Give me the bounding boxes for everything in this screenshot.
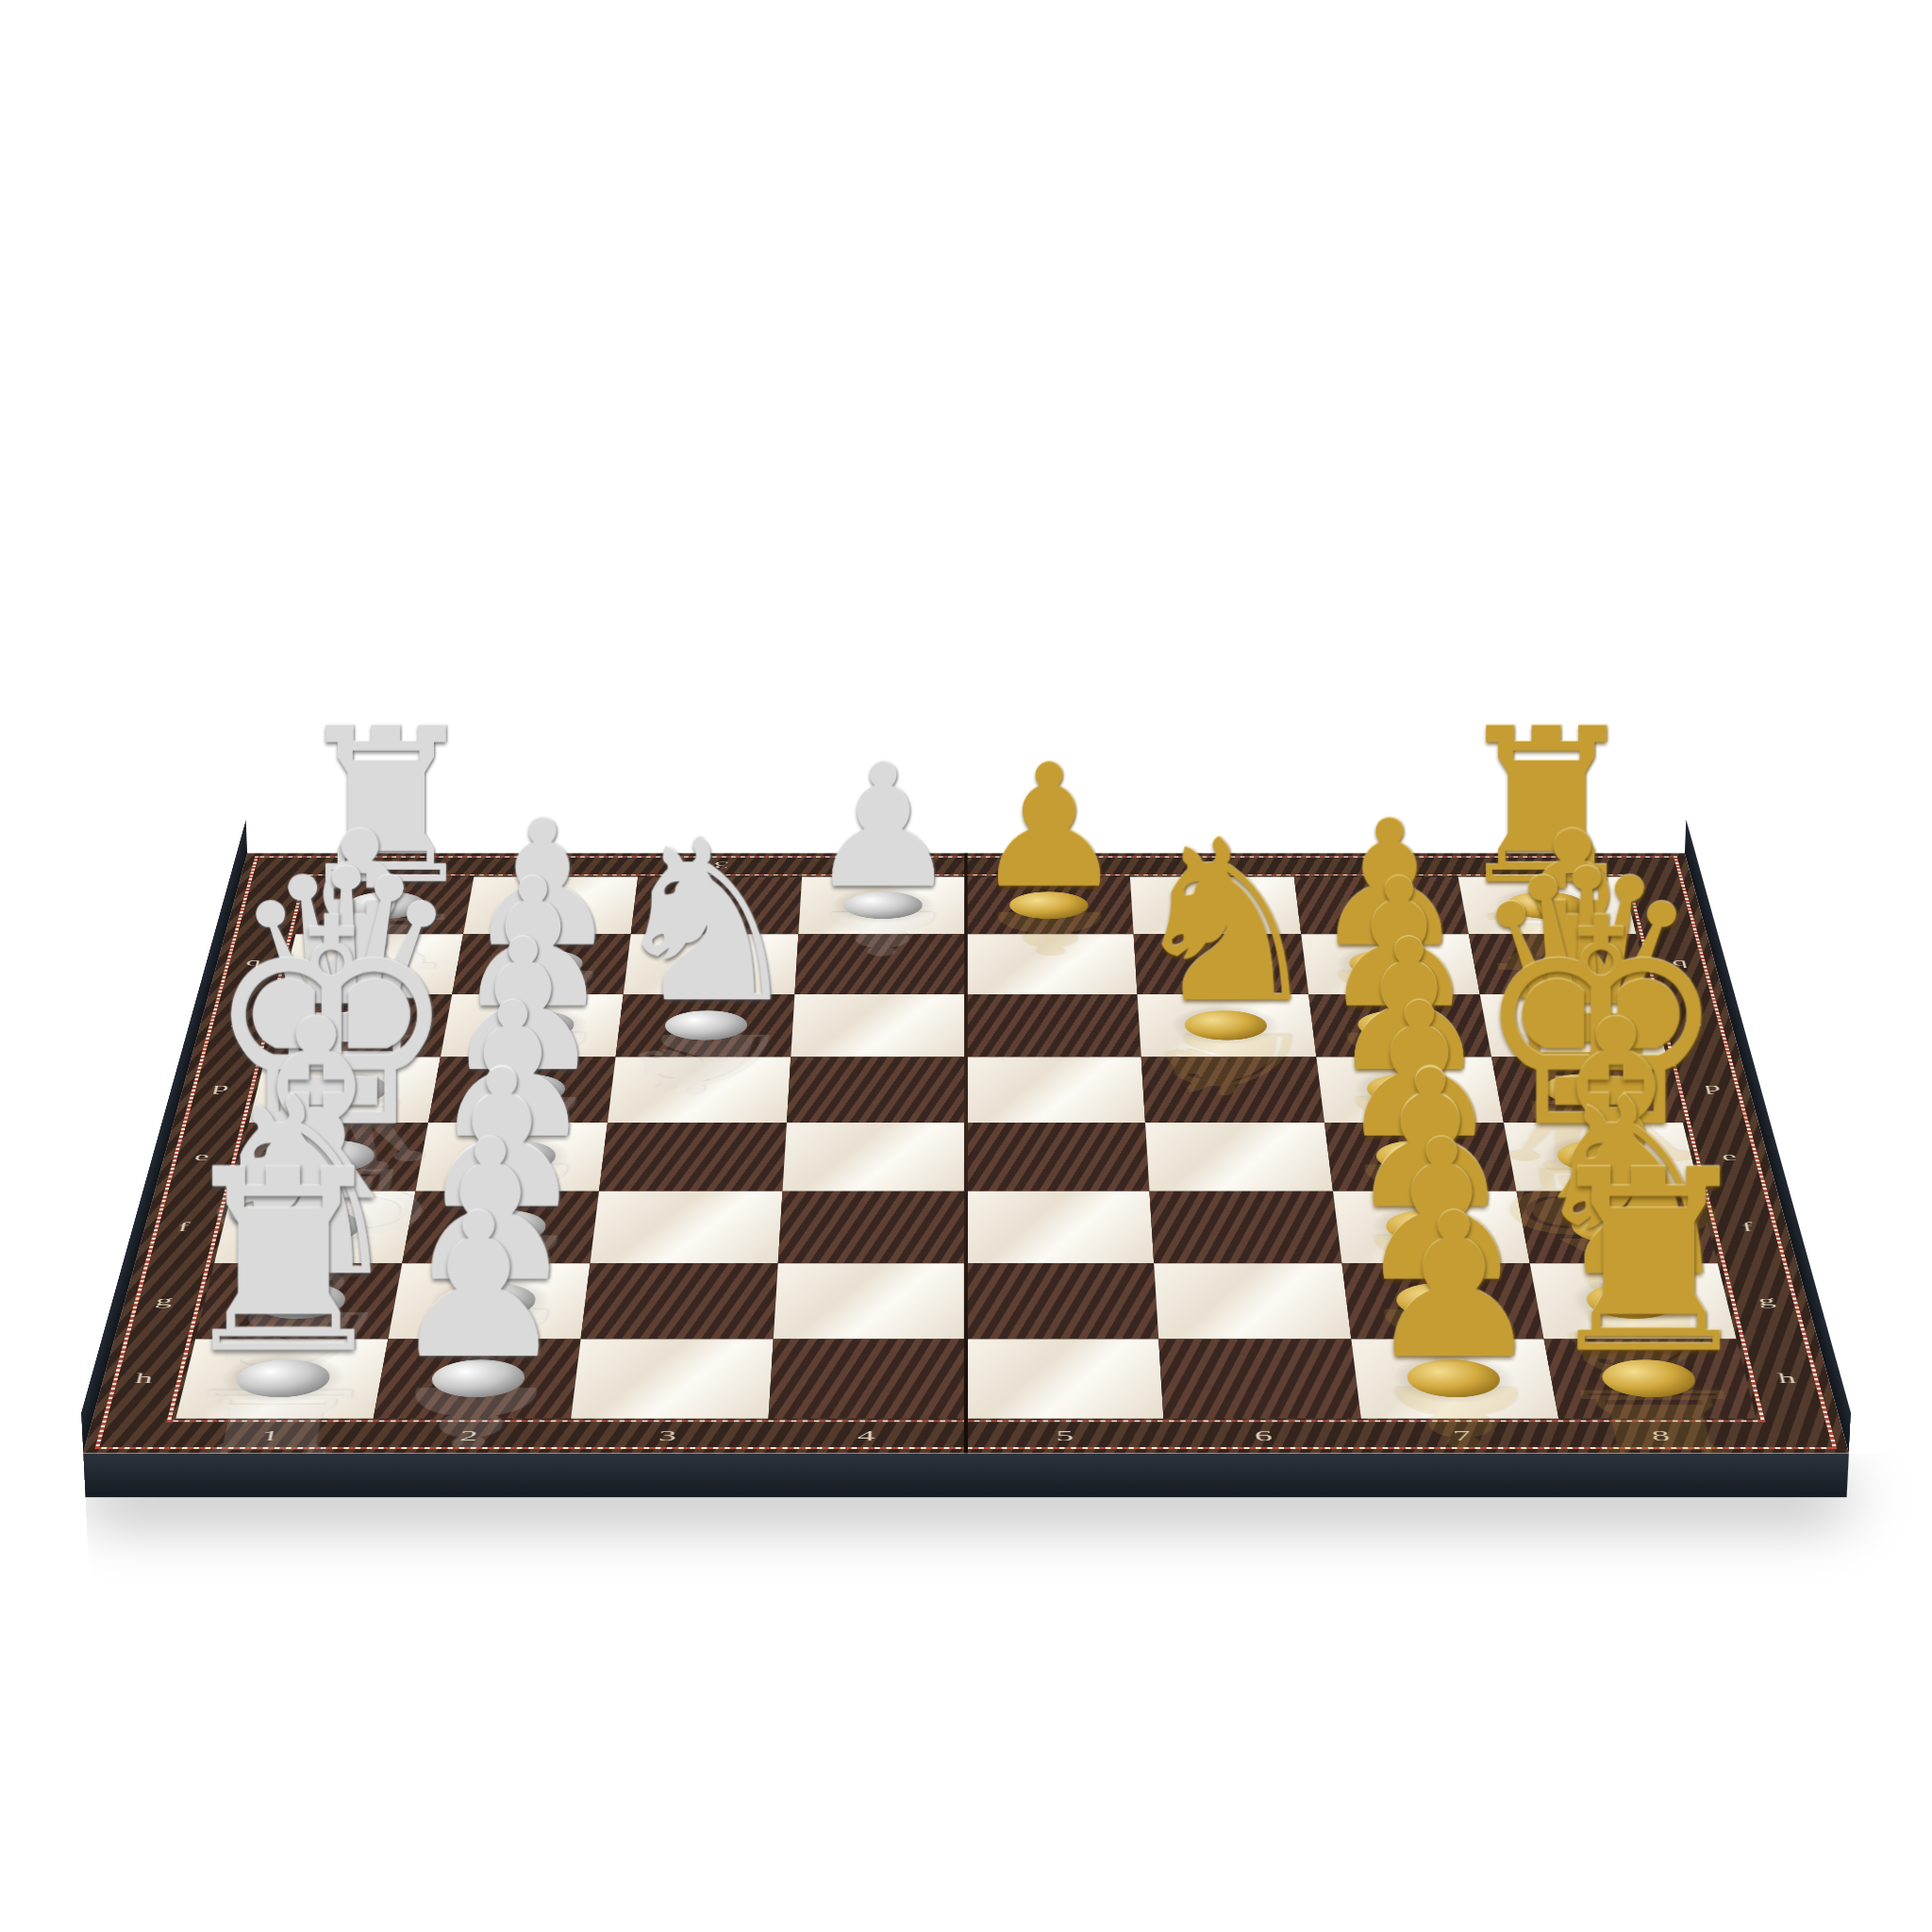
square-d4[interactable] <box>787 1057 966 1123</box>
square-e4[interactable] <box>782 1123 966 1191</box>
silver-pawn-icon: ♟ <box>355 1178 601 1378</box>
coord-rank-near-3: 3 <box>658 1427 678 1443</box>
piece-reflection: ♟ <box>339 1378 601 1462</box>
square-c4[interactable] <box>791 994 966 1057</box>
coord-rank-near-6: 6 <box>1254 1427 1274 1443</box>
coord-file-right-h: h <box>1776 1371 1799 1387</box>
product-photo-scene: 1122334455667788aabbccddeeffgghh♜♜♟♟♟♟♜♜… <box>0 0 1932 1932</box>
square-h4[interactable] <box>769 1339 966 1418</box>
square-f5[interactable] <box>966 1191 1154 1263</box>
square-c5[interactable] <box>966 994 1141 1057</box>
chess-board: 1122334455667788aabbccddeeffgghh♜♜♟♟♟♟♜♜… <box>83 854 1849 1454</box>
square-e5[interactable] <box>966 1123 1150 1191</box>
coord-rank-near-4: 4 <box>857 1427 875 1443</box>
square-g4[interactable] <box>774 1263 966 1339</box>
coord-file-left-h: h <box>133 1371 156 1387</box>
square-g5[interactable] <box>966 1263 1158 1339</box>
square-f4[interactable] <box>778 1191 966 1263</box>
square-b4[interactable] <box>794 934 966 994</box>
square-b5[interactable] <box>966 934 1138 994</box>
gold-rook-icon: ♜ <box>1525 1126 1772 1378</box>
square-h5[interactable] <box>966 1339 1163 1418</box>
coord-rank-near-5: 5 <box>1056 1427 1074 1443</box>
